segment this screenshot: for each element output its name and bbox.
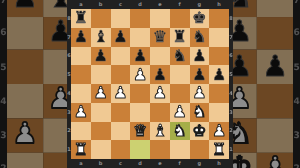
white-rook-icon[interactable]: ♜ (74, 141, 88, 157)
square-b8[interactable] (91, 9, 111, 28)
square-a2[interactable] (71, 122, 91, 141)
white-pawn-icon[interactable]: ♟ (74, 104, 88, 120)
file-label-h: h (209, 0, 229, 9)
file-label-f: f (170, 0, 190, 9)
square-c8[interactable] (111, 9, 131, 28)
rank-label-7: 7 (0, 0, 7, 16)
square-e4[interactable]: ♟ (150, 84, 170, 103)
file-label-f: f (170, 159, 190, 168)
square-d5[interactable]: ♟ (130, 65, 150, 84)
square-h5: ♟ (257, 50, 293, 84)
coordinate-strip-right: 87654321 (229, 9, 233, 159)
square-h5[interactable]: ♟ (209, 65, 229, 84)
square-c3[interactable] (111, 103, 131, 122)
rank-label-5: 5 (229, 65, 233, 84)
square-d2[interactable]: ♛ (130, 122, 150, 141)
screen: abcdefghabcdefgh8765432187654321♜♚♟♝♟♛♜♞… (0, 0, 300, 168)
square-a2 (7, 152, 43, 168)
square-h7[interactable] (209, 28, 229, 47)
square-g5[interactable]: ♟ (190, 65, 210, 84)
white-pawn-icon: ♟ (262, 153, 288, 168)
square-a4 (7, 84, 43, 118)
square-c2[interactable] (111, 122, 131, 141)
square-a5[interactable] (71, 65, 91, 84)
file-label-b: b (91, 0, 111, 9)
rank-label-7: 7 (229, 28, 233, 47)
square-a7: ♟ (7, 0, 43, 16)
white-rook-icon[interactable]: ♜ (212, 141, 226, 157)
file-label-e: e (150, 159, 170, 168)
square-f5[interactable] (170, 65, 190, 84)
black-bishop-icon[interactable]: ♝ (93, 29, 107, 45)
file-label-c: c (111, 159, 131, 168)
square-h2: ♟ (257, 152, 293, 168)
file-label-d: d (130, 0, 150, 9)
square-b7[interactable]: ♝ (91, 28, 111, 47)
rank-label-2: 2 (229, 122, 233, 141)
square-h3[interactable] (209, 103, 229, 122)
file-label-a: a (71, 0, 91, 9)
black-pawn-icon[interactable]: ♟ (212, 66, 226, 82)
white-knight-icon[interactable]: ♞ (192, 104, 206, 120)
square-h6[interactable] (209, 47, 229, 66)
black-knight-icon[interactable]: ♞ (172, 47, 186, 63)
white-pawn-icon[interactable]: ♟ (133, 66, 147, 82)
white-pawn-icon: ♟ (12, 120, 38, 149)
square-c4[interactable]: ♟ (111, 84, 131, 103)
file-label-b: b (91, 159, 111, 168)
white-pawn-icon[interactable]: ♟ (212, 122, 226, 138)
rank-label-2: 2 (0, 152, 7, 168)
black-pawn-icon[interactable]: ♟ (192, 47, 206, 63)
rank-label-4: 4 (229, 84, 233, 103)
file-label-d: d (130, 159, 150, 168)
square-d8[interactable] (130, 9, 150, 28)
square-d6[interactable]: ♟ (130, 47, 150, 66)
coordinate-strip-top: abcdefgh (71, 0, 229, 9)
square-a8[interactable]: ♜ (71, 9, 91, 28)
square-d7[interactable] (130, 28, 150, 47)
main-board-area: abcdefghabcdefgh8765432187654321♜♚♟♝♟♛♜♞… (67, 0, 233, 168)
square-a5 (7, 50, 43, 84)
black-pawn-icon[interactable]: ♟ (153, 66, 167, 82)
square-b1[interactable] (91, 140, 111, 159)
square-h4[interactable] (209, 84, 229, 103)
white-bishop-icon[interactable]: ♝ (153, 122, 167, 138)
square-h2[interactable]: ♟ (209, 122, 229, 141)
square-e2[interactable]: ♝ (150, 122, 170, 141)
square-b3[interactable] (91, 103, 111, 122)
rank-label-7: 7 (293, 0, 300, 16)
square-d1[interactable] (130, 140, 150, 159)
square-g3[interactable]: ♞ (190, 103, 210, 122)
chess-board: abcdefghabcdefgh8765432187654321♜♚♟♝♟♛♜♞… (67, 0, 233, 168)
square-c5[interactable] (111, 65, 131, 84)
white-knight-icon[interactable]: ♞ (172, 122, 186, 138)
white-pawn-icon[interactable]: ♟ (113, 85, 127, 101)
black-pawn-icon[interactable]: ♟ (192, 66, 206, 82)
black-rook-icon[interactable]: ♜ (172, 29, 186, 45)
square-f4[interactable] (170, 84, 190, 103)
square-h3 (257, 118, 293, 152)
square-h1[interactable]: ♜ (209, 140, 229, 159)
square-e3[interactable] (150, 103, 170, 122)
rank-label-3: 3 (293, 118, 300, 152)
coordinate-strip-bottom: abcdefgh (71, 159, 229, 168)
rank-label-6: 6 (293, 16, 300, 50)
square-a1[interactable]: ♜ (71, 140, 91, 159)
square-a3[interactable]: ♟ (71, 103, 91, 122)
square-f8[interactable] (170, 9, 190, 28)
black-pawn-icon: ♟ (262, 52, 288, 81)
rank-label-5: 5 (293, 50, 300, 84)
square-h4 (257, 84, 293, 118)
square-c7[interactable]: ♟ (111, 28, 131, 47)
square-g6[interactable]: ♟ (190, 47, 210, 66)
square-a6 (7, 16, 43, 50)
square-c6[interactable] (111, 47, 131, 66)
square-h7 (257, 0, 293, 16)
white-pawn-icon[interactable]: ♟ (93, 85, 107, 101)
black-pawn-icon[interactable]: ♟ (74, 29, 88, 45)
rank-label-5: 5 (0, 50, 7, 84)
file-label-a: a (71, 159, 91, 168)
rank-label-8: 8 (229, 9, 233, 28)
rank-label-3: 3 (229, 103, 233, 122)
black-king-icon[interactable]: ♚ (192, 10, 206, 26)
white-pawn-icon[interactable]: ♟ (172, 104, 186, 120)
square-f7[interactable]: ♜ (170, 28, 190, 47)
rank-label-4: 4 (293, 84, 300, 118)
square-g2[interactable]: ♚ (190, 122, 210, 141)
square-c1[interactable] (111, 140, 131, 159)
white-pawn-icon[interactable]: ♟ (192, 85, 206, 101)
square-e8[interactable] (150, 9, 170, 28)
rank-label-2: 2 (293, 152, 300, 168)
rank-label-6: 6 (0, 16, 7, 50)
squares-grid: ♜♚♟♝♟♛♜♞♟♟♞♟♟♟♟♟♟♟♟♟♟♟♞♛♝♞♚♟♜♜ (71, 9, 229, 159)
file-label-h: h (209, 159, 229, 168)
square-e1[interactable] (150, 140, 170, 159)
square-f1[interactable] (170, 140, 190, 159)
square-g8[interactable]: ♚ (190, 9, 210, 28)
rank-label-4: 4 (0, 84, 7, 118)
square-d3[interactable] (130, 103, 150, 122)
rank-label-1: 1 (229, 140, 233, 159)
rank-label-6: 6 (229, 47, 233, 66)
file-label-c: c (111, 0, 131, 9)
square-g1[interactable] (190, 140, 210, 159)
file-label-g: g (190, 0, 210, 9)
white-king-icon[interactable]: ♚ (192, 122, 206, 138)
file-label-g: g (190, 159, 210, 168)
square-a4[interactable] (71, 84, 91, 103)
file-label-e: e (150, 0, 170, 9)
square-e5[interactable]: ♟ (150, 65, 170, 84)
square-e7[interactable]: ♛ (150, 28, 170, 47)
black-pawn-icon[interactable]: ♟ (133, 47, 147, 63)
square-g4[interactable]: ♟ (190, 84, 210, 103)
square-a6[interactable] (71, 47, 91, 66)
square-b5[interactable] (91, 65, 111, 84)
coordinate-strip-right: 87654321 (293, 0, 300, 168)
square-b2[interactable] (91, 122, 111, 141)
black-queen-icon[interactable]: ♛ (153, 29, 167, 45)
square-b4[interactable]: ♟ (91, 84, 111, 103)
square-h8[interactable] (209, 9, 229, 28)
coordinate-strip-left: 87654321 (0, 0, 7, 168)
square-h6 (257, 16, 293, 50)
square-f3[interactable]: ♟ (170, 103, 190, 122)
square-a7[interactable]: ♟ (71, 28, 91, 47)
black-pawn-icon: ♟ (12, 0, 38, 13)
rank-label-3: 3 (0, 118, 7, 152)
square-b6[interactable]: ♟ (91, 47, 111, 66)
square-f6[interactable]: ♞ (170, 47, 190, 66)
square-f2[interactable]: ♞ (170, 122, 190, 141)
black-pawn-icon[interactable]: ♟ (93, 47, 107, 63)
square-e6[interactable] (150, 47, 170, 66)
black-knight-icon[interactable]: ♞ (192, 29, 206, 45)
white-pawn-icon[interactable]: ♟ (153, 85, 167, 101)
square-g7[interactable]: ♞ (190, 28, 210, 47)
square-d4[interactable] (130, 84, 150, 103)
square-a3: ♟ (7, 118, 43, 152)
white-queen-icon[interactable]: ♛ (133, 122, 147, 138)
black-pawn-icon[interactable]: ♟ (113, 29, 127, 45)
black-rook-icon[interactable]: ♜ (74, 10, 88, 26)
